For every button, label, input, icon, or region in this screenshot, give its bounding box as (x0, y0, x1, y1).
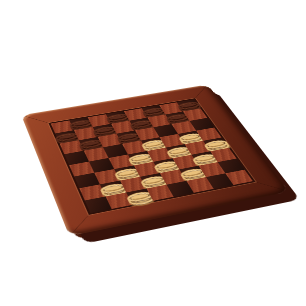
product-photo-scene: ⛂⛂⛂⛂⛂⛂⛂⛂⛂⛂⛂⛂⛂⛂⛂⛂⛂⛂⛂⛂⛂⛂ (0, 0, 306, 306)
board-frame: ⛂⛂⛂⛂⛂⛂⛂⛂⛂⛂⛂⛂⛂⛂⛂⛂⛂⛂⛂⛂⛂⛂ (21, 84, 289, 236)
checkers-board: ⛂⛂⛂⛂⛂⛂⛂⛂⛂⛂⛂⛂⛂⛂⛂⛂⛂⛂⛂⛂⛂⛂ (21, 84, 289, 236)
board-grid: ⛂⛂⛂⛂⛂⛂⛂⛂⛂⛂⛂⛂⛂⛂⛂⛂⛂⛂⛂⛂⛂⛂ (48, 98, 255, 215)
